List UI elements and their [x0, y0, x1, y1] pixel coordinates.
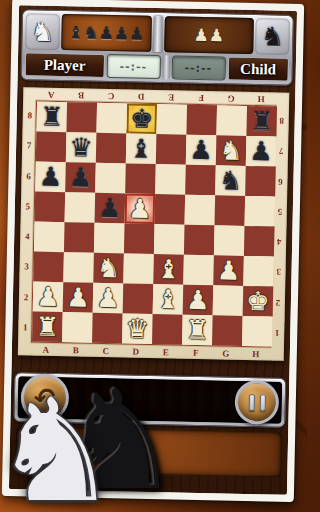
square-c2[interactable]: ♟: [93, 283, 124, 314]
lower-wood-panel: [15, 426, 282, 478]
square-a6[interactable]: ♟: [35, 162, 66, 193]
black-knight-icon: ♞: [261, 23, 285, 49]
square-a5[interactable]: [35, 192, 66, 223]
black-pawn[interactable]: ♟: [189, 137, 213, 163]
coord-label: A: [31, 343, 61, 356]
coord-label: 6: [22, 161, 35, 191]
bottom-control-frame: ↶: [13, 372, 286, 428]
black-queen[interactable]: ♛: [69, 134, 93, 160]
square-d2[interactable]: [123, 283, 154, 314]
chess-app-screen: ♞ ♝♞♟♟♟ ♟♟ ♞ Player --:-- --:-- Child AB…: [9, 5, 297, 495]
square-b4[interactable]: [64, 222, 95, 253]
undo-arrow-icon: ↶: [33, 384, 58, 412]
coord-label: 4: [273, 227, 286, 257]
captured-black-pawn: ♟: [98, 24, 114, 41]
square-b2[interactable]: ♟: [63, 282, 94, 313]
coord-label: 2: [20, 282, 33, 312]
white-bishop[interactable]: ♝: [157, 256, 181, 282]
square-f2[interactable]: ♟: [183, 285, 214, 316]
white-rook[interactable]: ♜: [35, 314, 59, 340]
coord-label: 5: [274, 196, 287, 226]
black-knight[interactable]: ♞: [219, 167, 243, 193]
square-h4[interactable]: [244, 226, 275, 257]
coord-label: F: [181, 347, 211, 360]
square-d5[interactable]: ♟: [125, 193, 156, 224]
square-f7[interactable]: ♟: [186, 135, 217, 166]
coord-label: 1: [271, 317, 284, 347]
white-rook[interactable]: ♜: [185, 317, 209, 343]
white-pawn[interactable]: ♟: [128, 195, 152, 221]
black-player-icon-cell: ♞: [255, 18, 290, 55]
white-player-clock: --:--: [106, 54, 160, 79]
square-g8[interactable]: [216, 105, 247, 136]
square-e4[interactable]: [154, 224, 185, 255]
coord-label: 3: [20, 251, 33, 281]
white-player-icon-cell: ♞: [25, 13, 60, 50]
coord-label: H: [246, 93, 276, 106]
white-pawn[interactable]: ♟: [217, 257, 241, 283]
square-d3[interactable]: [123, 253, 154, 284]
square-d8[interactable]: ♚: [126, 103, 157, 134]
square-c7[interactable]: [96, 133, 127, 164]
square-a1[interactable]: ♜: [32, 311, 63, 342]
square-b3[interactable]: [63, 252, 94, 283]
captured-pieces-row: ♞ ♝♞♟♟♟ ♟♟ ♞: [25, 13, 290, 55]
white-knight[interactable]: ♞: [219, 137, 243, 163]
square-c4[interactable]: [94, 223, 125, 254]
square-a4[interactable]: [34, 222, 65, 253]
coord-label: 7: [275, 136, 288, 166]
square-e7[interactable]: [156, 134, 187, 165]
square-f6[interactable]: [185, 165, 216, 196]
white-knight-icon: ♞: [31, 18, 55, 44]
square-h2[interactable]: ♚: [243, 286, 274, 317]
square-h3[interactable]: [243, 256, 274, 287]
square-g1[interactable]: [212, 315, 243, 346]
captured-white-pieces-tray: ♟♟: [164, 16, 254, 54]
coord-label: G: [216, 92, 246, 105]
black-rook[interactable]: ♜: [250, 108, 274, 134]
black-king[interactable]: ♚: [130, 105, 154, 131]
coord-label: G: [211, 347, 241, 360]
white-player-name: Player: [25, 52, 105, 78]
white-queen[interactable]: ♛: [125, 315, 149, 341]
captured-black-pieces-tray: ♝♞♟♟♟: [61, 14, 151, 52]
square-e3[interactable]: ♝: [153, 254, 184, 285]
square-h5[interactable]: [245, 196, 276, 227]
black-pawn[interactable]: ♟: [69, 164, 93, 190]
coord-label: H: [241, 348, 271, 361]
coord-label: C: [91, 345, 121, 358]
square-g5[interactable]: [215, 195, 246, 226]
square-b8[interactable]: [66, 102, 97, 133]
square-h7[interactable]: ♟: [246, 136, 277, 167]
square-f4[interactable]: [184, 225, 215, 256]
square-f8[interactable]: [186, 105, 217, 136]
tray-divider-ornament: [153, 16, 163, 52]
white-pawn[interactable]: ♟: [66, 284, 90, 310]
coord-label: E: [151, 346, 181, 359]
square-c6[interactable]: [95, 163, 126, 194]
square-a8[interactable]: ♜: [36, 102, 67, 133]
captured-white-pawn: ♟: [193, 26, 209, 43]
square-e6[interactable]: [155, 164, 186, 195]
coord-label: 4: [21, 221, 34, 251]
black-bishop[interactable]: ♝: [129, 135, 153, 161]
square-d4[interactable]: [124, 223, 155, 254]
square-h6[interactable]: [245, 166, 276, 197]
square-c8[interactable]: [96, 103, 127, 134]
square-e2[interactable]: ♝: [153, 284, 184, 315]
white-king[interactable]: ♚: [246, 288, 270, 314]
pause-icon: [248, 394, 265, 411]
white-pawn[interactable]: ♟: [96, 285, 120, 311]
coord-label: 2: [272, 287, 285, 317]
captured-black-pawn: ♟: [114, 25, 130, 42]
square-g3[interactable]: ♟: [213, 255, 244, 286]
square-c3[interactable]: ♞: [93, 253, 124, 284]
black-rook[interactable]: ♜: [40, 104, 64, 130]
square-e1[interactable]: [152, 314, 183, 345]
black-player-name: Child: [227, 57, 289, 82]
coord-label: C: [96, 90, 126, 103]
square-f5[interactable]: [185, 195, 216, 226]
coord-label: 1: [19, 312, 32, 342]
black-player-clock: --:--: [171, 55, 225, 80]
chess-board: ABCDEFGH ABCDEFGH 87654321 87654321 ♜♚♜♛…: [18, 87, 290, 361]
square-h1[interactable]: [242, 316, 273, 347]
square-d6[interactable]: [125, 163, 156, 194]
coord-label: D: [121, 345, 151, 358]
black-pawn[interactable]: ♟: [98, 195, 122, 221]
captured-white-pawn: ♟: [209, 27, 225, 44]
square-a7[interactable]: [36, 132, 67, 163]
captured-black-bishop: ♝: [68, 24, 84, 41]
player-name-row: Player --:-- --:-- Child: [25, 52, 289, 82]
coord-label: F: [186, 92, 216, 105]
screenshot-photo-frame: ♞ ♝♞♟♟♟ ♟♟ ♞ Player --:-- --:-- Child AB…: [2, 0, 304, 502]
square-e8[interactable]: [156, 104, 187, 135]
coord-label: 6: [274, 166, 287, 196]
captured-black-pawn: ♟: [129, 25, 145, 42]
coord-label: 3: [272, 257, 285, 287]
top-panel-frame: ♞ ♝♞♟♟♟ ♟♟ ♞ Player --:-- --:-- Child: [21, 9, 294, 86]
square-b7[interactable]: ♛: [66, 132, 97, 163]
coord-label: 8: [23, 100, 36, 130]
square-g7[interactable]: ♞: [216, 135, 247, 166]
board-grid: ♜♚♜♛♝♟♞♟♟♟♞♟♟♞♝♟♟♟♟♝♟♚♜♛♜: [31, 101, 276, 348]
coord-label: 7: [23, 131, 36, 161]
white-knight[interactable]: ♞: [97, 255, 121, 281]
square-a2[interactable]: ♟: [33, 282, 64, 313]
coord-label: 5: [22, 191, 35, 221]
black-pawn[interactable]: ♟: [39, 164, 63, 190]
coord-label: A: [36, 89, 66, 102]
square-g6[interactable]: ♞: [215, 165, 246, 196]
square-c5[interactable]: ♟: [95, 193, 126, 224]
square-b6[interactable]: ♟: [65, 162, 96, 193]
clock-divider: [162, 55, 170, 79]
captured-black-knight: ♞: [83, 24, 99, 41]
square-e5[interactable]: [155, 194, 186, 225]
coord-label: D: [126, 90, 156, 103]
square-f3[interactable]: [183, 255, 214, 286]
square-c1[interactable]: [92, 313, 123, 344]
square-a3[interactable]: [33, 252, 64, 283]
white-bishop[interactable]: ♝: [156, 286, 180, 312]
square-b1[interactable]: [62, 312, 93, 343]
square-f1[interactable]: ♜: [182, 315, 213, 346]
square-h8[interactable]: ♜: [246, 106, 277, 137]
coord-label: E: [156, 91, 186, 104]
black-pawn[interactable]: ♟: [249, 138, 273, 164]
square-g4[interactable]: [214, 225, 245, 256]
square-g2[interactable]: [213, 285, 244, 316]
white-pawn[interactable]: ♟: [186, 287, 210, 313]
square-d1[interactable]: ♛: [122, 313, 153, 344]
coord-label: B: [66, 89, 96, 102]
square-b5[interactable]: [65, 192, 96, 223]
square-d7[interactable]: ♝: [126, 133, 157, 164]
coord-label: B: [61, 344, 91, 357]
coord-label: 8: [275, 106, 288, 136]
white-pawn[interactable]: ♟: [36, 284, 60, 310]
